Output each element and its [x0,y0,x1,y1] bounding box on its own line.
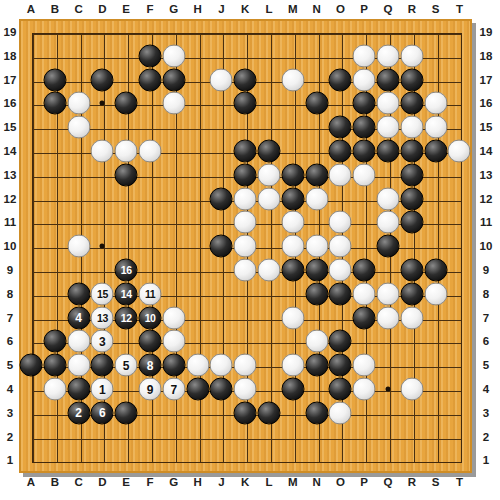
black-stone-C7-move-4: 4 [67,306,90,329]
black-stone-R13 [400,163,423,186]
white-stone-F4-move-9: 9 [139,378,162,401]
row-label-right-18: 18 [480,50,493,62]
row-label-right-5: 5 [483,359,489,371]
black-stone-O15 [329,116,352,139]
row-label-left-5: 5 [7,359,13,371]
white-stone-S8 [424,282,447,305]
col-label-top-C: C [74,3,82,15]
row-label-left-18: 18 [4,50,17,62]
white-stone-R7 [400,306,423,329]
col-label-bottom-T: T [456,476,463,488]
row-label-right-19: 19 [480,26,493,38]
row-label-right-1: 1 [483,454,489,466]
white-stone-M5 [281,354,304,377]
white-stone-G16 [162,92,185,115]
col-label-top-K: K [241,3,249,15]
white-stone-N12 [305,187,328,210]
black-stone-C4 [67,378,90,401]
col-label-top-N: N [312,3,320,15]
black-stone-D5 [91,354,114,377]
white-stone-R15 [400,116,423,139]
white-stone-R4 [400,378,423,401]
row-label-right-17: 17 [480,74,493,86]
white-stone-D7-move-13: 13 [91,306,114,329]
black-stone-C3-move-2: 2 [67,401,90,424]
black-stone-Q10 [377,235,400,258]
col-label-bottom-L: L [265,476,272,488]
white-stone-G7 [162,306,185,329]
black-stone-G17 [162,68,185,91]
row-label-left-9: 9 [7,264,13,276]
black-stone-O14 [329,140,352,163]
black-stone-K14 [234,140,257,163]
black-stone-L14 [258,140,281,163]
white-stone-G6 [162,330,185,353]
col-label-top-E: E [122,3,130,15]
row-label-right-7: 7 [483,312,489,324]
row-label-left-13: 13 [4,169,17,181]
white-stone-L13 [258,163,281,186]
white-stone-T14 [448,140,471,163]
white-stone-S16 [424,92,447,115]
black-stone-E16 [115,92,138,115]
black-stone-E7-move-12: 12 [115,306,138,329]
black-stone-F7-move-10: 10 [139,306,162,329]
col-label-bottom-M: M [288,476,298,488]
white-stone-O13 [329,163,352,186]
row-label-right-4: 4 [483,383,489,395]
white-stone-P8 [353,282,376,305]
white-stone-E5-move-5: 5 [115,354,138,377]
star-point-D16 [100,101,105,106]
white-stone-J17 [210,68,233,91]
col-label-bottom-Q: Q [384,476,393,488]
black-stone-D3-move-6: 6 [91,401,114,424]
row-label-left-10: 10 [4,240,17,252]
black-stone-R17 [400,68,423,91]
black-stone-R9 [400,259,423,282]
col-label-top-L: L [265,3,272,15]
white-stone-K4 [234,378,257,401]
row-label-left-4: 4 [7,383,13,395]
white-stone-K9 [234,259,257,282]
black-stone-K16 [234,92,257,115]
black-stone-N3 [305,401,328,424]
white-stone-E14 [115,140,138,163]
col-label-bottom-R: R [408,476,416,488]
row-label-left-19: 19 [4,26,17,38]
col-label-top-R: R [408,3,416,15]
black-stone-P15 [353,116,376,139]
col-label-bottom-P: P [360,476,368,488]
col-label-top-S: S [432,3,440,15]
black-stone-J10 [210,235,233,258]
col-label-bottom-D: D [98,476,106,488]
row-label-right-8: 8 [483,288,489,300]
row-label-right-16: 16 [480,97,493,109]
row-label-left-8: 8 [7,288,13,300]
col-label-bottom-F: F [146,476,153,488]
white-stone-Q8 [377,282,400,305]
black-stone-B16 [43,92,66,115]
black-stone-B6 [43,330,66,353]
black-stone-R14 [400,140,423,163]
col-label-bottom-A: A [27,476,35,488]
row-label-left-6: 6 [7,335,13,347]
white-stone-N10 [305,235,328,258]
row-label-left-7: 7 [7,312,13,324]
white-stone-L12 [258,187,281,210]
white-stone-O11 [329,211,352,234]
black-stone-N13 [305,163,328,186]
black-stone-S14 [424,140,447,163]
black-stone-C8 [67,282,90,305]
col-label-top-Q: Q [384,3,393,15]
white-stone-C5 [67,354,90,377]
black-stone-S9 [424,259,447,282]
black-stone-Q14 [377,140,400,163]
black-stone-J4 [210,378,233,401]
black-stone-P14 [353,140,376,163]
col-label-top-D: D [98,3,106,15]
black-stone-M13 [281,163,304,186]
black-stone-F5-move-8: 8 [139,354,162,377]
black-stone-F18 [139,44,162,67]
white-stone-P13 [353,163,376,186]
col-label-top-G: G [169,3,178,15]
black-stone-O8 [329,282,352,305]
white-stone-M11 [281,211,304,234]
row-label-left-12: 12 [4,193,17,205]
black-stone-B5 [43,354,66,377]
white-stone-D8-move-15: 15 [91,282,114,305]
row-label-left-16: 16 [4,97,17,109]
black-stone-M9 [281,259,304,282]
white-stone-Q18 [377,44,400,67]
black-stone-E8-move-14: 14 [115,282,138,305]
white-stone-P17 [353,68,376,91]
row-label-left-15: 15 [4,121,17,133]
col-label-bottom-B: B [51,476,59,488]
black-stone-M4 [281,378,304,401]
black-stone-R11 [400,211,423,234]
white-stone-P5 [353,354,376,377]
row-label-right-2: 2 [483,431,489,443]
white-stone-Q15 [377,116,400,139]
black-stone-O17 [329,68,352,91]
col-label-bottom-H: H [193,476,201,488]
white-stone-K11 [234,211,257,234]
row-label-right-11: 11 [480,216,492,228]
white-stone-G4-move-7: 7 [162,378,185,401]
col-label-top-F: F [146,3,153,15]
row-label-left-1: 1 [7,454,13,466]
col-label-top-T: T [456,3,463,15]
go-kifu-viewer: AABBCCDDEEFFGGHHJJKKLLMMNNOOPPQQRRSSTT19… [0,0,500,500]
black-stone-K17 [234,68,257,91]
black-stone-Q17 [377,68,400,91]
white-stone-O9 [329,259,352,282]
col-label-top-J: J [218,3,224,15]
star-point-Q4 [386,387,391,392]
black-stone-K3 [234,401,257,424]
white-stone-Q7 [377,306,400,329]
col-label-bottom-S: S [432,476,440,488]
white-stone-K5 [234,354,257,377]
white-stone-S15 [424,116,447,139]
black-stone-R8 [400,282,423,305]
black-stone-H4 [186,378,209,401]
black-stone-D17 [91,68,114,91]
white-stone-G18 [162,44,185,67]
white-stone-H5 [186,354,209,377]
col-label-top-H: H [193,3,201,15]
black-stone-R12 [400,187,423,210]
black-stone-N5 [305,354,328,377]
row-label-right-13: 13 [480,169,493,181]
white-stone-F14 [139,140,162,163]
black-stone-A5 [20,354,43,377]
black-stone-N16 [305,92,328,115]
white-stone-B4 [43,378,66,401]
row-label-right-3: 3 [483,407,489,419]
black-stone-L3 [258,401,281,424]
white-stone-Q11 [377,211,400,234]
col-label-bottom-O: O [336,476,345,488]
white-stone-C6 [67,330,90,353]
black-stone-E9-move-16: 16 [115,259,138,282]
col-label-top-B: B [51,3,59,15]
black-stone-O5 [329,354,352,377]
row-label-right-15: 15 [480,121,493,133]
white-stone-D14 [91,140,114,163]
row-label-left-14: 14 [4,145,17,157]
col-label-bottom-E: E [122,476,130,488]
col-label-bottom-J: J [218,476,224,488]
black-stone-N8 [305,282,328,305]
star-point-D10 [100,244,105,249]
row-label-right-10: 10 [480,240,493,252]
black-stone-E3 [115,401,138,424]
black-stone-G5 [162,354,185,377]
row-label-right-9: 9 [483,264,489,276]
row-label-left-2: 2 [7,431,13,443]
row-label-right-6: 6 [483,335,489,347]
white-stone-C15 [67,116,90,139]
black-stone-P7 [353,306,376,329]
white-stone-L9 [258,259,281,282]
black-stone-R16 [400,92,423,115]
white-stone-C16 [67,92,90,115]
white-stone-Q16 [377,92,400,115]
col-label-bottom-C: C [74,476,82,488]
col-label-bottom-K: K [241,476,249,488]
row-label-right-12: 12 [480,193,493,205]
white-stone-J5 [210,354,233,377]
col-label-top-M: M [288,3,298,15]
black-stone-M12 [281,187,304,210]
white-stone-O3 [329,401,352,424]
white-stone-P4 [353,378,376,401]
white-stone-O10 [329,235,352,258]
black-stone-F6 [139,330,162,353]
col-label-bottom-N: N [312,476,320,488]
white-stone-M10 [281,235,304,258]
black-stone-B17 [43,68,66,91]
black-stone-J12 [210,187,233,210]
black-stone-N9 [305,259,328,282]
col-label-bottom-G: G [169,476,178,488]
black-stone-K13 [234,163,257,186]
row-label-right-14: 14 [480,145,493,157]
white-stone-R18 [400,44,423,67]
black-stone-P9 [353,259,376,282]
white-stone-M17 [281,68,304,91]
row-label-left-3: 3 [7,407,13,419]
white-stone-D4-move-1: 1 [91,378,114,401]
row-label-left-17: 17 [4,74,17,86]
white-stone-P18 [353,44,376,67]
white-stone-M7 [281,306,304,329]
col-label-top-A: A [27,3,35,15]
black-stone-P16 [353,92,376,115]
col-label-top-P: P [360,3,368,15]
black-stone-F17 [139,68,162,91]
black-stone-E13 [115,163,138,186]
white-stone-Q12 [377,187,400,210]
black-stone-O6 [329,330,352,353]
white-stone-K10 [234,235,257,258]
col-label-top-O: O [336,3,345,15]
white-stone-F8-move-11: 11 [139,282,162,305]
white-stone-D6-move-3: 3 [91,330,114,353]
white-stone-K12 [234,187,257,210]
black-stone-O4 [329,378,352,401]
white-stone-N6 [305,330,328,353]
row-label-left-11: 11 [4,216,16,228]
white-stone-C10 [67,235,90,258]
